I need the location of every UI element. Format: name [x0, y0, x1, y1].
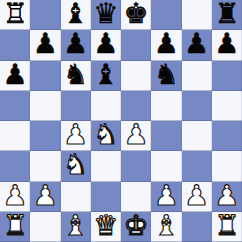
square-g5[interactable]: [182, 91, 212, 121]
square-d2[interactable]: [91, 182, 121, 212]
square-f7[interactable]: ♟: [151, 30, 181, 60]
black-rook-h8[interactable]: ♜: [214, 0, 239, 29]
square-b8[interactable]: [30, 0, 60, 30]
white-pawn-h2[interactable]: ♟: [214, 181, 239, 211]
square-e7[interactable]: [121, 30, 151, 60]
square-f2[interactable]: ♟: [151, 182, 181, 212]
square-a3[interactable]: [0, 151, 30, 181]
square-a7[interactable]: [0, 30, 30, 60]
square-c8[interactable]: ♝: [61, 0, 91, 30]
square-c2[interactable]: [61, 182, 91, 212]
square-a1[interactable]: ♜: [0, 212, 30, 242]
black-pawn-g7[interactable]: ♟: [184, 29, 209, 59]
square-g8[interactable]: [182, 0, 212, 30]
square-h6[interactable]: [212, 61, 242, 91]
square-b5[interactable]: [30, 91, 60, 121]
square-c7[interactable]: ♟: [61, 30, 91, 60]
black-bishop-d6[interactable]: ♝: [93, 60, 118, 90]
square-g1[interactable]: [182, 212, 212, 242]
square-f3[interactable]: [151, 151, 181, 181]
square-f5[interactable]: [151, 91, 181, 121]
black-pawn-f7[interactable]: ♟: [154, 29, 179, 59]
white-knight-d4[interactable]: ♞: [93, 120, 118, 150]
white-knight-c3[interactable]: ♞: [63, 150, 88, 180]
square-d3[interactable]: [91, 151, 121, 181]
square-a6[interactable]: ♟: [0, 61, 30, 91]
square-e5[interactable]: [121, 91, 151, 121]
square-b6[interactable]: [30, 61, 60, 91]
chess-board: ♖♝♛♚♜♟♟♟♟♟♟♟♞♝♞♟♞♟♞♟♟♟♟♟♜♝♛♚♝♜: [0, 0, 242, 242]
white-bishop-c1[interactable]: ♝: [63, 211, 88, 241]
square-d8[interactable]: ♛: [91, 0, 121, 30]
square-d7[interactable]: ♟: [91, 30, 121, 60]
square-b4[interactable]: [30, 121, 60, 151]
white-pawn-e4[interactable]: ♟: [124, 120, 149, 150]
black-pawn-a6[interactable]: ♟: [3, 60, 28, 90]
square-h5[interactable]: [212, 91, 242, 121]
square-f4[interactable]: [151, 121, 181, 151]
square-h3[interactable]: [212, 151, 242, 181]
black-pawn-d7[interactable]: ♟: [93, 29, 118, 59]
square-e1[interactable]: ♚: [121, 212, 151, 242]
square-c3[interactable]: ♞: [61, 151, 91, 181]
square-e6[interactable]: [121, 61, 151, 91]
square-b7[interactable]: ♟: [30, 30, 60, 60]
square-d1[interactable]: ♛: [91, 212, 121, 242]
square-a5[interactable]: [0, 91, 30, 121]
square-c6[interactable]: ♞: [61, 61, 91, 91]
square-e3[interactable]: [121, 151, 151, 181]
square-e4[interactable]: ♟: [121, 121, 151, 151]
black-pawn-c7[interactable]: ♟: [63, 29, 88, 59]
white-rook-h1[interactable]: ♜: [214, 211, 239, 241]
square-h1[interactable]: ♜: [212, 212, 242, 242]
square-e2[interactable]: [121, 182, 151, 212]
white-pawn-a2[interactable]: ♟: [3, 181, 28, 211]
black-knight-c6[interactable]: ♞: [63, 60, 88, 90]
black-rook-a8[interactable]: ♖: [3, 0, 28, 29]
white-bishop-f1[interactable]: ♝: [154, 211, 179, 241]
black-pawn-h7[interactable]: ♟: [214, 29, 239, 59]
square-b2[interactable]: ♟: [30, 182, 60, 212]
square-h8[interactable]: ♜: [212, 0, 242, 30]
square-d4[interactable]: ♞: [91, 121, 121, 151]
black-king-e8[interactable]: ♚: [124, 0, 149, 29]
square-b1[interactable]: [30, 212, 60, 242]
white-rook-a1[interactable]: ♜: [3, 211, 28, 241]
square-g4[interactable]: [182, 121, 212, 151]
square-c4[interactable]: ♟: [61, 121, 91, 151]
square-a2[interactable]: ♟: [0, 182, 30, 212]
square-f6[interactable]: ♞: [151, 61, 181, 91]
square-g2[interactable]: ♟: [182, 182, 212, 212]
square-c1[interactable]: ♝: [61, 212, 91, 242]
white-queen-d1[interactable]: ♛: [93, 211, 118, 241]
white-pawn-c4[interactable]: ♟: [63, 120, 88, 150]
square-a4[interactable]: [0, 121, 30, 151]
square-h4[interactable]: [212, 121, 242, 151]
black-pawn-b7[interactable]: ♟: [33, 29, 58, 59]
white-pawn-f2[interactable]: ♟: [154, 181, 179, 211]
square-b3[interactable]: [30, 151, 60, 181]
square-d5[interactable]: [91, 91, 121, 121]
square-f1[interactable]: ♝: [151, 212, 181, 242]
square-a8[interactable]: ♖: [0, 0, 30, 30]
square-c5[interactable]: [61, 91, 91, 121]
white-pawn-b2[interactable]: ♟: [33, 181, 58, 211]
black-knight-f6[interactable]: ♞: [154, 60, 179, 90]
square-h2[interactable]: ♟: [212, 182, 242, 212]
square-d6[interactable]: ♝: [91, 61, 121, 91]
black-queen-d8[interactable]: ♛: [93, 0, 118, 29]
white-king-e1[interactable]: ♚: [124, 211, 149, 241]
square-e8[interactable]: ♚: [121, 0, 151, 30]
white-pawn-g2[interactable]: ♟: [184, 181, 209, 211]
square-g6[interactable]: [182, 61, 212, 91]
black-bishop-c8[interactable]: ♝: [63, 0, 88, 29]
square-g7[interactable]: ♟: [182, 30, 212, 60]
square-g3[interactable]: [182, 151, 212, 181]
square-f8[interactable]: [151, 0, 181, 30]
square-h7[interactable]: ♟: [212, 30, 242, 60]
